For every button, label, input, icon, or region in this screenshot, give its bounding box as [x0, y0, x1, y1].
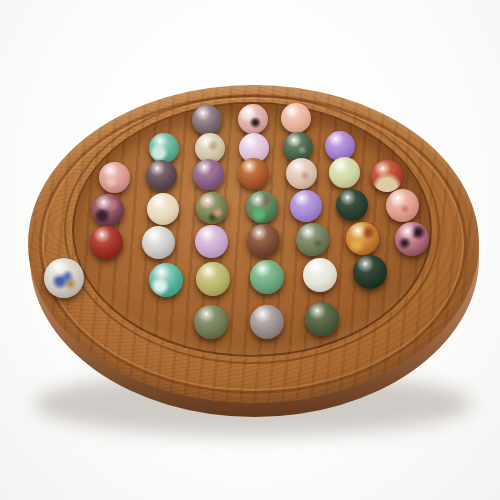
- marble-pale-green-serpentine-r3c6[interactable]: [329, 157, 360, 188]
- marble-amazonite-teal-r6c2[interactable]: [149, 263, 183, 297]
- marble-maroon-rhodonite-black-r4c1[interactable]: [92, 194, 124, 226]
- spare-glass-marble[interactable]: [44, 258, 84, 298]
- marble-red-jasper-r5c1[interactable]: [90, 226, 123, 259]
- marble-dark-bloodstone-r6c6[interactable]: [353, 255, 387, 289]
- marble-amazonite-r2c2[interactable]: [149, 133, 179, 163]
- marble-grid: [0, 0, 500, 500]
- marble-grey-green-moss-agate-r5c5[interactable]: [296, 223, 329, 256]
- marble-green-aventurine-r6c4[interactable]: [250, 260, 284, 294]
- marble-salmon-strawberry-quartz-r3c1[interactable]: [99, 162, 130, 193]
- marble-rhodonite-pink-black-r5c7[interactable]: [395, 222, 429, 256]
- marble-lepidolite-r3c3[interactable]: [193, 159, 224, 190]
- marble-rhodochrosite-pink-r4c7[interactable]: [386, 189, 419, 222]
- marble-smoky-quartz-r1c3[interactable]: [192, 105, 222, 135]
- marble-flower-jasper-cream-pink-r3c5[interactable]: [286, 158, 317, 189]
- marble-charoite-lavender-r4c5[interactable]: [290, 190, 322, 222]
- marble-ivory-cream-jade-r4c2[interactable]: [147, 193, 179, 225]
- marble-unakite-r4c3[interactable]: [196, 192, 228, 224]
- marble-bloodstone-r4c6[interactable]: [336, 189, 368, 221]
- marble-red-jasper-cream-band-r3c7[interactable]: [371, 160, 403, 192]
- marble-grey-green-serpentine-r7c3[interactable]: [194, 305, 228, 339]
- marble-peach-aventurine-r1c5[interactable]: [281, 103, 311, 133]
- marble-dark-smoky-quartz-r3c2[interactable]: [146, 160, 177, 191]
- marble-pale-smoky-quartz-r7c4[interactable]: [250, 305, 284, 339]
- marble-chocolate-jasper-r5c4[interactable]: [247, 224, 280, 257]
- marble-lavender-rose-quartz-r5c3[interactable]: [195, 225, 228, 258]
- marble-white-moonstone-r6c5[interactable]: [303, 258, 337, 292]
- marble-dark-olive-jade-r7c5[interactable]: [305, 302, 339, 336]
- marble-yellow-serpentine-jade-r6c3[interactable]: [196, 262, 230, 296]
- marble-mahogany-jasper-r3c4[interactable]: [238, 158, 269, 189]
- marble-clear-quartz-r5c2[interactable]: [142, 226, 175, 259]
- marble-chrysoprase-moss-r4c4[interactable]: [246, 191, 278, 223]
- photo-scene: [0, 0, 500, 500]
- marble-pink-rhodonite-black-fleck-r1c4[interactable]: [238, 104, 268, 134]
- marble-mookaite-orange-r5c6[interactable]: [346, 222, 379, 255]
